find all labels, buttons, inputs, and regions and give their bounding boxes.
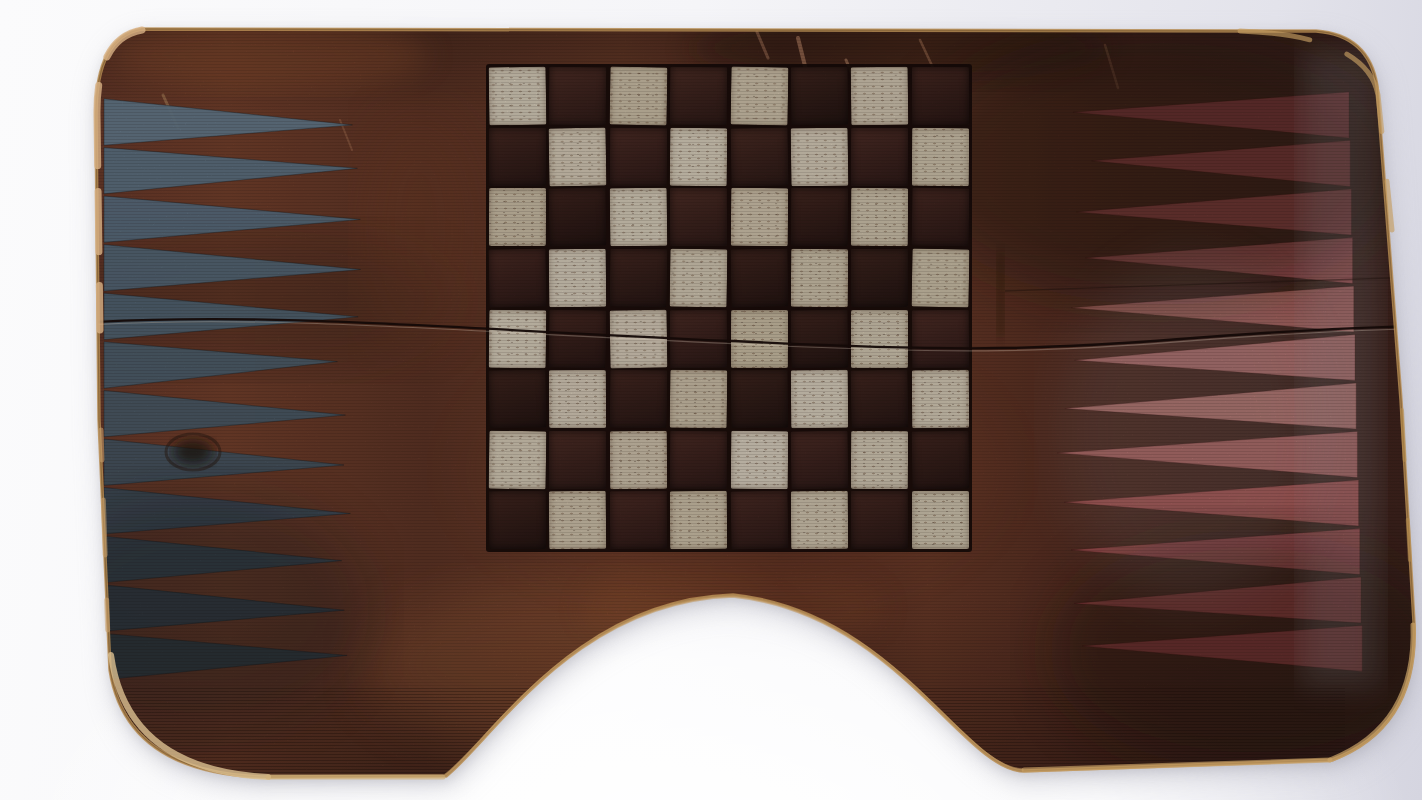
worn-edge-bottom-right [1024,760,1330,770]
checker-square [730,309,787,367]
checker-square [610,431,668,489]
checker-square [911,127,969,185]
backgammon-point-left-4 [104,245,361,291]
worn-edge-right [1402,410,1413,620]
checker-square [790,309,848,367]
checker-square [851,431,909,489]
checker-square [851,67,909,125]
checker-square [670,127,728,185]
checker-square [730,67,788,125]
checker-square [851,491,909,549]
worn-edge-left-lower [101,430,108,640]
checker-square [912,491,969,549]
worn-edge-left-top [97,30,142,330]
backgammon-point-left-6 [104,342,337,388]
backgammon-point-right-10 [1071,529,1360,575]
checker-square [609,309,667,367]
checker-square [911,430,969,488]
checker-square [791,370,849,428]
backgammon-point-right-7 [1065,383,1356,429]
worn-edge-top-right [1240,31,1392,230]
backgammon-point-left-8 [104,439,344,485]
backgammon-point-left-9 [104,488,350,534]
worn-edge-bottom-right-corner [1330,625,1413,760]
backgammon-point-right-12 [1082,626,1362,672]
checker-square [730,491,788,550]
checker-square [791,249,849,307]
checker-square [851,370,909,429]
checker-square [730,188,788,246]
backgammon-point-left-3 [104,196,360,242]
checker-square [912,67,970,125]
backgammon-point-left-10 [104,536,342,582]
backgammon-point-left-5 [104,293,358,339]
photo-backdrop [0,0,1422,800]
backgammon-point-left-12 [104,633,347,679]
backgammon-points-left [104,99,361,680]
board-crack-secondary [1005,277,1418,291]
checker-square [489,248,547,307]
checker-square [911,309,969,367]
checker-square [549,249,607,307]
checker-square [670,491,728,549]
backgammon-point-right-3 [1077,189,1352,235]
worn-edge-bottom-left-corner [111,655,268,777]
checker-square [670,67,728,125]
backgammon-point-left-11 [104,585,344,631]
checker-square [489,430,547,488]
checker-square [549,188,607,247]
checker-square [670,309,728,367]
checker-square [791,67,849,125]
checker-square [670,431,728,489]
checker-square [609,370,667,428]
checker-square [609,249,667,307]
checker-square [610,491,668,549]
backgammon-points-right [1057,92,1362,672]
backgammon-point-right-2 [1092,141,1351,187]
backgammon-point-right-8 [1057,432,1357,478]
checker-square [851,309,908,367]
checker-square [670,370,728,428]
checker-square [911,248,969,307]
backgammon-point-right-6 [1075,335,1355,381]
notch-rim [446,596,1022,775]
checker-square [489,67,547,125]
checker-square [670,248,728,306]
checker-square [549,370,607,428]
checker-square [489,491,547,549]
checker-square [851,188,909,246]
checker-square [489,370,547,429]
checker-square [549,431,606,489]
checker-square [790,430,848,488]
backgammon-point-right-1 [1073,92,1349,138]
checker-square [730,370,788,428]
checker-square [549,67,607,125]
checker-square [851,128,908,186]
checker-square [489,188,547,246]
backgammon-point-right-11 [1074,577,1361,623]
backgammon-point-left-7 [104,390,345,436]
checker-square [791,188,849,246]
backgammon-point-left-1 [104,99,352,145]
checker-square [610,127,668,185]
checker-square [549,491,607,549]
checker-square [549,127,607,186]
wood-grain-bottom [105,688,1345,774]
checker-square [851,249,908,307]
checker-square [791,127,849,185]
backgammon-point-right-9 [1064,480,1359,526]
backgammon-point-right-5 [1071,286,1354,332]
checker-square [549,309,607,367]
checker-square [730,248,788,307]
checker-square [911,370,969,428]
backgammon-point-left-2 [104,147,357,193]
checker-square [791,491,849,549]
checker-square [911,188,969,246]
backgammon-point-right-4 [1085,238,1352,284]
checker-square [489,128,546,186]
checker-square [609,67,667,125]
checker-square [730,127,788,186]
checkerboard-grid [486,64,972,552]
checker-square [609,188,667,246]
checker-square [670,188,728,246]
checker-square [730,431,788,489]
checker-square [489,309,547,367]
